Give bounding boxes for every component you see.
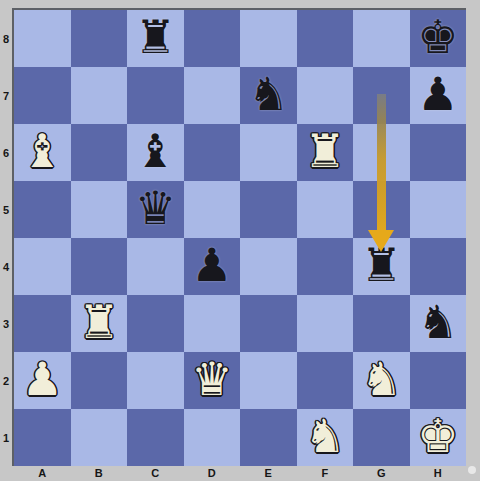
piece-black-knight[interactable]: ♞ <box>417 299 458 345</box>
square-f7[interactable] <box>297 67 354 124</box>
square-d2[interactable]: ♛ <box>184 352 241 409</box>
square-c2[interactable] <box>127 352 184 409</box>
file-label-b: B <box>71 466 128 480</box>
square-b8[interactable] <box>71 10 128 67</box>
square-d6[interactable] <box>184 124 241 181</box>
square-f4[interactable] <box>297 238 354 295</box>
square-a8[interactable] <box>14 10 71 67</box>
piece-black-pawn[interactable]: ♟ <box>191 242 232 288</box>
square-g4[interactable]: ♜ <box>353 238 410 295</box>
file-labels: ABCDEFGH <box>14 466 466 480</box>
square-d3[interactable] <box>184 295 241 352</box>
rank-label-8: 8 <box>0 10 12 67</box>
square-f6[interactable]: ♜ <box>297 124 354 181</box>
file-label-e: E <box>240 466 297 480</box>
rank-label-4: 4 <box>0 238 12 295</box>
square-g6[interactable] <box>353 124 410 181</box>
square-g3[interactable] <box>353 295 410 352</box>
square-e7[interactable]: ♞ <box>240 67 297 124</box>
square-a5[interactable] <box>14 181 71 238</box>
piece-black-queen[interactable]: ♛ <box>135 185 176 231</box>
rank-labels: 87654321 <box>0 10 12 466</box>
piece-black-bishop[interactable]: ♝ <box>135 128 176 174</box>
square-a1[interactable] <box>14 409 71 466</box>
square-b6[interactable] <box>71 124 128 181</box>
square-e8[interactable] <box>240 10 297 67</box>
board-frame: ♜♚♞♟♝♝♜♛♟♜♜♞♟♛♞♞♚ <box>12 8 466 466</box>
piece-white-rook[interactable]: ♜ <box>78 299 119 345</box>
square-g5[interactable] <box>353 181 410 238</box>
square-b2[interactable] <box>71 352 128 409</box>
rank-label-6: 6 <box>0 124 12 181</box>
square-c1[interactable] <box>127 409 184 466</box>
square-d5[interactable] <box>184 181 241 238</box>
rank-label-1: 1 <box>0 409 12 466</box>
square-b4[interactable] <box>71 238 128 295</box>
piece-white-pawn[interactable]: ♟ <box>22 356 63 402</box>
square-h2[interactable] <box>410 352 467 409</box>
piece-black-knight[interactable]: ♞ <box>248 71 289 117</box>
square-b1[interactable] <box>71 409 128 466</box>
file-label-a: A <box>14 466 71 480</box>
square-e6[interactable] <box>240 124 297 181</box>
square-a6[interactable]: ♝ <box>14 124 71 181</box>
square-f8[interactable] <box>297 10 354 67</box>
square-a2[interactable]: ♟ <box>14 352 71 409</box>
square-a3[interactable] <box>14 295 71 352</box>
square-f3[interactable] <box>297 295 354 352</box>
square-h3[interactable]: ♞ <box>410 295 467 352</box>
piece-white-king[interactable]: ♚ <box>417 413 458 459</box>
square-c3[interactable] <box>127 295 184 352</box>
square-e4[interactable] <box>240 238 297 295</box>
chess-board: ♜♚♞♟♝♝♜♛♟♜♜♞♟♛♞♞♚ <box>14 10 466 466</box>
square-h7[interactable]: ♟ <box>410 67 467 124</box>
file-label-h: H <box>410 466 467 480</box>
square-d4[interactable]: ♟ <box>184 238 241 295</box>
file-label-g: G <box>353 466 410 480</box>
square-e5[interactable] <box>240 181 297 238</box>
piece-white-rook[interactable]: ♜ <box>304 128 345 174</box>
square-g1[interactable] <box>353 409 410 466</box>
square-g2[interactable]: ♞ <box>353 352 410 409</box>
piece-white-knight[interactable]: ♞ <box>304 413 345 459</box>
rank-label-7: 7 <box>0 67 12 124</box>
file-label-d: D <box>184 466 241 480</box>
square-c5[interactable]: ♛ <box>127 181 184 238</box>
file-label-f: F <box>297 466 354 480</box>
square-d1[interactable] <box>184 409 241 466</box>
piece-black-king[interactable]: ♚ <box>417 14 458 60</box>
square-b3[interactable]: ♜ <box>71 295 128 352</box>
chess-app-window: 87654321 ♜♚♞♟♝♝♜♛♟♜♜♞♟♛♞♞♚ ABCDEFGH <box>0 0 480 481</box>
piece-white-bishop[interactable]: ♝ <box>22 128 63 174</box>
square-h8[interactable]: ♚ <box>410 10 467 67</box>
piece-black-rook[interactable]: ♜ <box>135 14 176 60</box>
square-c6[interactable]: ♝ <box>127 124 184 181</box>
resize-grip-dot <box>468 466 476 474</box>
square-e2[interactable] <box>240 352 297 409</box>
square-h5[interactable] <box>410 181 467 238</box>
rank-label-3: 3 <box>0 295 12 352</box>
square-c4[interactable] <box>127 238 184 295</box>
piece-black-rook[interactable]: ♜ <box>361 242 402 288</box>
square-f5[interactable] <box>297 181 354 238</box>
square-a4[interactable] <box>14 238 71 295</box>
square-h4[interactable] <box>410 238 467 295</box>
square-g8[interactable] <box>353 10 410 67</box>
piece-black-pawn[interactable]: ♟ <box>417 71 458 117</box>
piece-white-queen[interactable]: ♛ <box>191 356 232 402</box>
square-f1[interactable]: ♞ <box>297 409 354 466</box>
square-b7[interactable] <box>71 67 128 124</box>
square-g7[interactable] <box>353 67 410 124</box>
square-h1[interactable]: ♚ <box>410 409 467 466</box>
rank-label-2: 2 <box>0 352 12 409</box>
square-f2[interactable] <box>297 352 354 409</box>
square-e1[interactable] <box>240 409 297 466</box>
square-d7[interactable] <box>184 67 241 124</box>
square-b5[interactable] <box>71 181 128 238</box>
square-c8[interactable]: ♜ <box>127 10 184 67</box>
square-h6[interactable] <box>410 124 467 181</box>
piece-white-knight[interactable]: ♞ <box>361 356 402 402</box>
rank-label-5: 5 <box>0 181 12 238</box>
file-label-c: C <box>127 466 184 480</box>
square-a7[interactable] <box>14 67 71 124</box>
square-d8[interactable] <box>184 10 241 67</box>
square-c7[interactable] <box>127 67 184 124</box>
square-e3[interactable] <box>240 295 297 352</box>
